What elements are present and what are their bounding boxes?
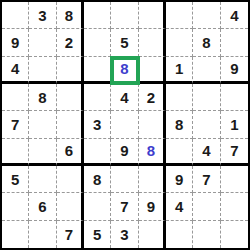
cell-r2c8[interactable]: 8 (193, 29, 220, 56)
cell-r7c9[interactable] (221, 166, 248, 193)
cell-r7c5[interactable] (111, 166, 138, 193)
cell-r8c4[interactable] (84, 193, 111, 220)
cell-r4c5[interactable]: 4 (111, 84, 138, 111)
cell-r1c4[interactable] (84, 2, 111, 29)
cell-r4c3[interactable] (57, 84, 84, 111)
cell-r6c8[interactable]: 4 (193, 139, 220, 166)
cell-r5c4[interactable]: 3 (84, 111, 111, 138)
cell-r5c6[interactable] (139, 111, 166, 138)
cell-r4c8[interactable] (193, 84, 220, 111)
cell-r3c8[interactable] (193, 57, 220, 84)
cell-r2c7[interactable] (166, 29, 193, 56)
cell-r6c5[interactable]: 9 (111, 139, 138, 166)
cell-r4c1[interactable] (2, 84, 29, 111)
cell-r1c9[interactable]: 4 (221, 2, 248, 29)
cell-r9c1[interactable] (2, 221, 29, 248)
cell-r3c7[interactable]: 1 (166, 57, 193, 84)
cell-r2c3[interactable]: 2 (57, 29, 84, 56)
cell-r3c2[interactable] (29, 57, 56, 84)
cell-r2c4[interactable] (84, 29, 111, 56)
cell-r3c5[interactable]: 8 (111, 57, 138, 84)
cell-r7c4[interactable]: 8 (84, 166, 111, 193)
cell-r5c8[interactable] (193, 111, 220, 138)
cell-r1c3[interactable]: 8 (57, 2, 84, 29)
cell-r1c1[interactable] (2, 2, 29, 29)
cell-r8c6[interactable]: 9 (139, 193, 166, 220)
cell-r6c9[interactable]: 7 (221, 139, 248, 166)
cell-r1c2[interactable]: 3 (29, 2, 56, 29)
cell-r4c7[interactable] (166, 84, 193, 111)
cell-r9c3[interactable]: 7 (57, 221, 84, 248)
cell-r5c9[interactable]: 1 (221, 111, 248, 138)
cell-r8c7[interactable]: 4 (166, 193, 193, 220)
cell-r1c8[interactable] (193, 2, 220, 29)
cell-r9c7[interactable] (166, 221, 193, 248)
cell-r9c2[interactable] (29, 221, 56, 248)
cell-r1c6[interactable] (139, 2, 166, 29)
cell-r2c5[interactable]: 5 (111, 29, 138, 56)
cell-r7c3[interactable] (57, 166, 84, 193)
cell-r3c1[interactable]: 4 (2, 57, 29, 84)
cell-r4c4[interactable] (84, 84, 111, 111)
cell-r6c1[interactable] (2, 139, 29, 166)
cell-r6c4[interactable] (84, 139, 111, 166)
cell-r3c9[interactable]: 9 (221, 57, 248, 84)
cell-r9c8[interactable] (193, 221, 220, 248)
cell-r6c6[interactable]: 8 (139, 139, 166, 166)
cell-r8c3[interactable] (57, 193, 84, 220)
cell-r4c2[interactable]: 8 (29, 84, 56, 111)
cell-r8c2[interactable]: 6 (29, 193, 56, 220)
cell-r7c2[interactable] (29, 166, 56, 193)
cell-r7c7[interactable]: 9 (166, 166, 193, 193)
cell-r4c6[interactable]: 2 (139, 84, 166, 111)
cell-r9c9[interactable] (221, 221, 248, 248)
cell-r5c5[interactable] (111, 111, 138, 138)
cell-r2c2[interactable] (29, 29, 56, 56)
cell-r6c7[interactable] (166, 139, 193, 166)
cell-r9c4[interactable]: 5 (84, 221, 111, 248)
cell-r3c6[interactable] (139, 57, 166, 84)
cell-r4c9[interactable] (221, 84, 248, 111)
cell-r7c8[interactable]: 7 (193, 166, 220, 193)
cell-r8c5[interactable]: 7 (111, 193, 138, 220)
cell-r5c3[interactable] (57, 111, 84, 138)
cell-r7c6[interactable] (139, 166, 166, 193)
cell-r3c3[interactable] (57, 57, 84, 84)
cell-r5c1[interactable]: 7 (2, 111, 29, 138)
cell-r9c5[interactable]: 3 (111, 221, 138, 248)
cell-r8c9[interactable] (221, 193, 248, 220)
cell-r3c4[interactable] (84, 57, 111, 84)
cell-r2c9[interactable] (221, 29, 248, 56)
cell-r8c8[interactable] (193, 193, 220, 220)
cell-r5c7[interactable]: 8 (166, 111, 193, 138)
cell-r2c1[interactable]: 9 (2, 29, 29, 56)
cell-r8c1[interactable] (2, 193, 29, 220)
sudoku-board: 3849258481984273816984758976794753 (0, 0, 250, 250)
cell-r6c2[interactable] (29, 139, 56, 166)
cell-r1c5[interactable] (111, 2, 138, 29)
cell-r6c3[interactable]: 6 (57, 139, 84, 166)
cell-r7c1[interactable]: 5 (2, 166, 29, 193)
cell-r9c6[interactable] (139, 221, 166, 248)
cell-r5c2[interactable] (29, 111, 56, 138)
cell-r1c7[interactable] (166, 2, 193, 29)
cell-r2c6[interactable] (139, 29, 166, 56)
